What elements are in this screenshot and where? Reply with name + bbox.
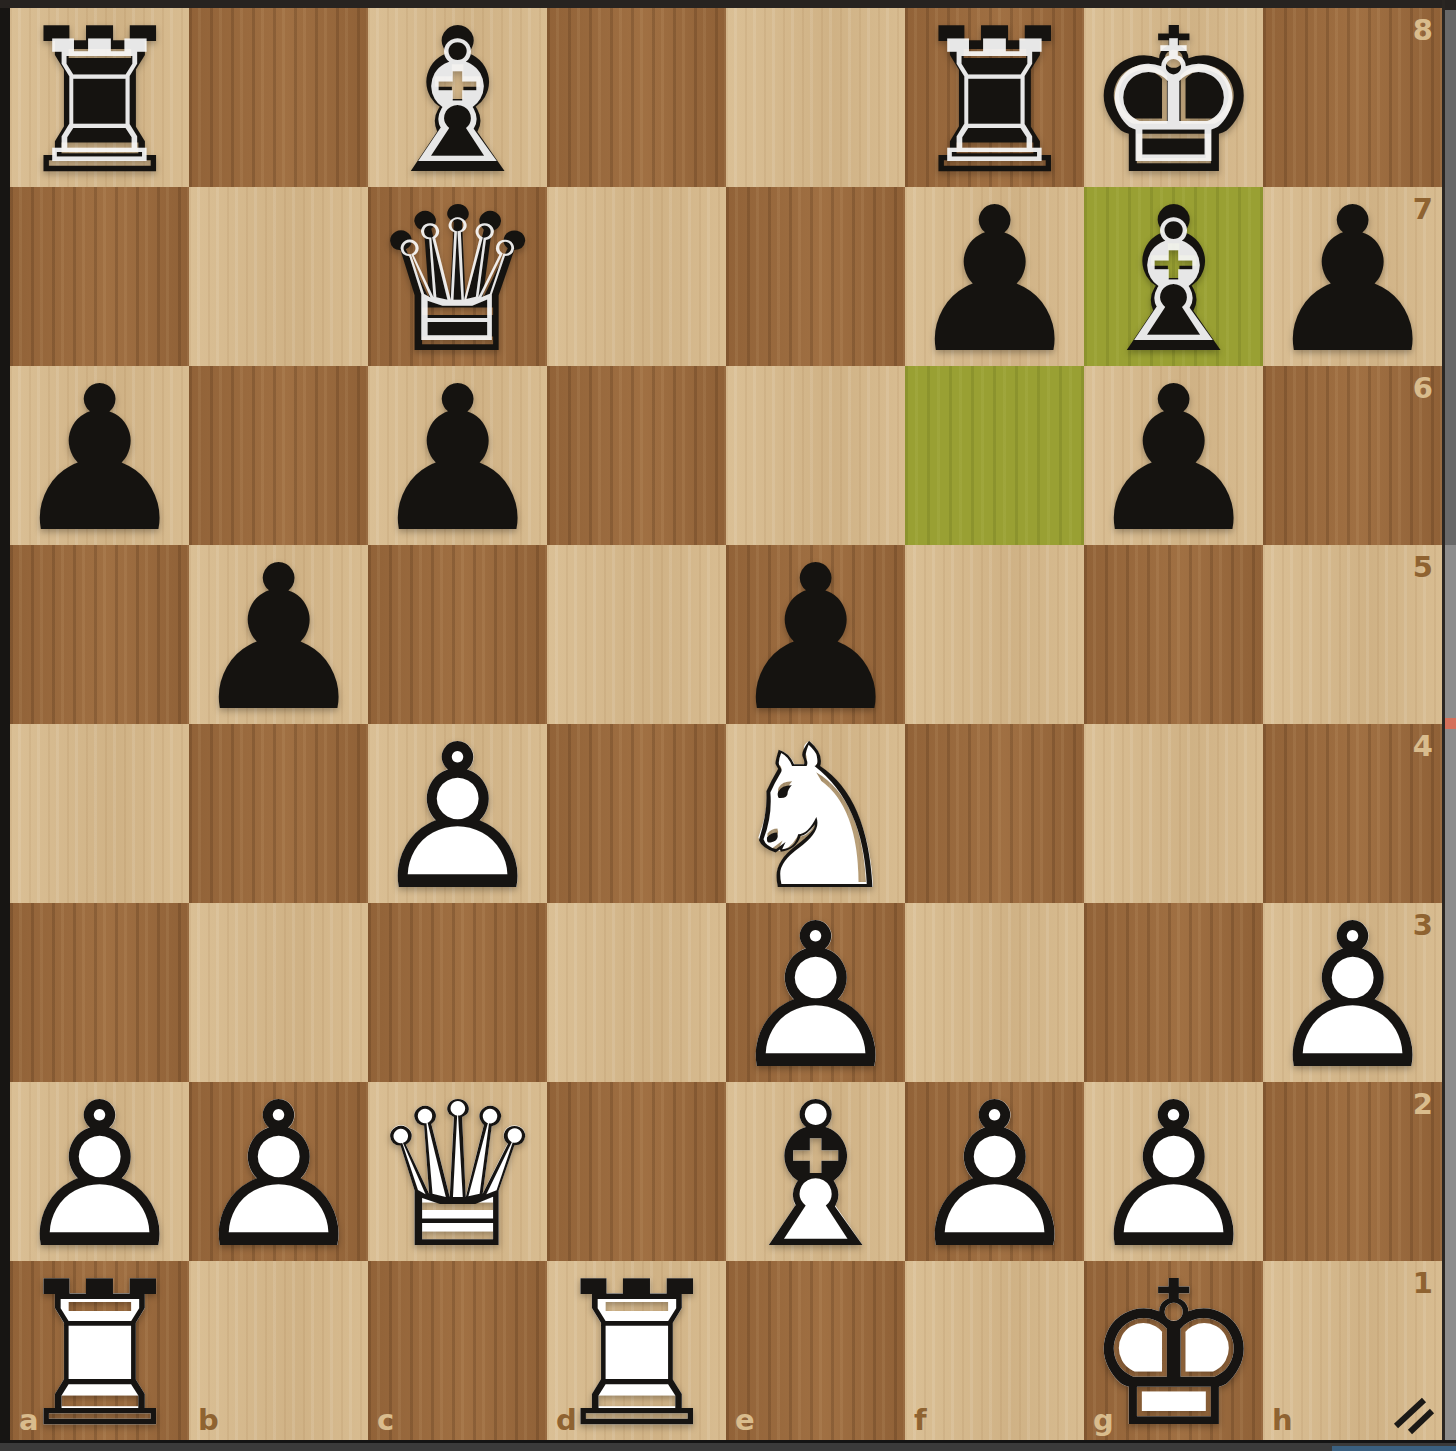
- square-a7[interactable]: [10, 187, 189, 366]
- scrollbar-track[interactable]: [1442, 0, 1456, 1451]
- square-a8[interactable]: ♜♖: [10, 8, 189, 187]
- square-g1[interactable]: ♚♔g: [1084, 1261, 1263, 1440]
- resize-handle-icon[interactable]: [1392, 1396, 1436, 1436]
- square-e3[interactable]: ♟♙: [726, 903, 905, 1082]
- square-c5[interactable]: [368, 545, 547, 724]
- black-piece-detail: ♗: [382, 28, 532, 178]
- square-g4[interactable]: [1084, 724, 1263, 903]
- scrollbar-thumb[interactable]: [1445, 10, 1456, 545]
- white-piece-outline: ♙: [368, 728, 547, 907]
- black-piece-glyph: ♟: [1084, 370, 1263, 549]
- file-label-e: e: [735, 1403, 755, 1437]
- square-f8[interactable]: ♜♖: [905, 8, 1084, 187]
- black-rook-f8[interactable]: ♜♖: [905, 8, 1084, 187]
- square-g7[interactable]: ♝♗: [1084, 187, 1263, 366]
- square-a2[interactable]: ♟♙: [10, 1082, 189, 1261]
- white-piece-outline: ♗: [726, 1086, 905, 1265]
- square-f3[interactable]: [905, 903, 1084, 1082]
- white-pawn-g2[interactable]: ♟♙: [1084, 1082, 1263, 1261]
- black-pawn-c6[interactable]: ♟: [368, 366, 547, 545]
- file-label-f: f: [914, 1403, 927, 1437]
- square-a1[interactable]: ♜♖a: [10, 1261, 189, 1440]
- square-d6[interactable]: [547, 366, 726, 545]
- square-b5[interactable]: ♟: [189, 545, 368, 724]
- rank-label-5: 5: [1413, 550, 1433, 584]
- white-knight-e4[interactable]: ♞♘: [726, 724, 905, 903]
- square-b3[interactable]: [189, 903, 368, 1082]
- square-f7[interactable]: ♟: [905, 187, 1084, 366]
- black-bishop-c8[interactable]: ♝♗: [368, 8, 547, 187]
- rank-label-7: 7: [1413, 192, 1433, 226]
- square-h6[interactable]: 6: [1263, 366, 1442, 545]
- square-g6[interactable]: ♟: [1084, 366, 1263, 545]
- scrollbar-match-marker: [1445, 718, 1456, 729]
- black-piece-detail: ♗: [1098, 207, 1248, 357]
- square-a6[interactable]: ♟: [10, 366, 189, 545]
- file-label-c: c: [377, 1403, 394, 1437]
- rank-label-3: 3: [1413, 908, 1433, 942]
- black-piece-detail: ♕: [382, 207, 532, 357]
- rank-label-4: 4: [1413, 729, 1433, 763]
- black-piece-glyph: ♟: [189, 549, 368, 728]
- square-e7[interactable]: [726, 187, 905, 366]
- black-queen-c7[interactable]: ♛♕: [368, 187, 547, 366]
- square-h5[interactable]: 5: [1263, 545, 1442, 724]
- square-b7[interactable]: [189, 187, 368, 366]
- black-pawn-a6[interactable]: ♟: [10, 366, 189, 545]
- rank-label-1: 1: [1413, 1266, 1433, 1300]
- white-pawn-f2[interactable]: ♟♙: [905, 1082, 1084, 1261]
- square-e2[interactable]: ♝♗: [726, 1082, 905, 1261]
- file-label-h: h: [1272, 1403, 1293, 1437]
- white-piece-outline: ♙: [905, 1086, 1084, 1265]
- white-pawn-c4[interactable]: ♟♙: [368, 724, 547, 903]
- black-bishop-g7[interactable]: ♝♗: [1084, 187, 1263, 366]
- black-rook-a8[interactable]: ♜♖: [10, 8, 189, 187]
- square-a5[interactable]: [10, 545, 189, 724]
- square-d1[interactable]: ♜♖d: [547, 1261, 726, 1440]
- file-label-d: d: [556, 1403, 577, 1437]
- square-b2[interactable]: ♟♙: [189, 1082, 368, 1261]
- square-c1[interactable]: c: [368, 1261, 547, 1440]
- square-e6[interactable]: [726, 366, 905, 545]
- square-e1[interactable]: e: [726, 1261, 905, 1440]
- square-a4[interactable]: [10, 724, 189, 903]
- square-f4[interactable]: [905, 724, 1084, 903]
- white-queen-c2[interactable]: ♛♕: [368, 1082, 547, 1261]
- rank-label-2: 2: [1413, 1087, 1433, 1121]
- square-d5[interactable]: [547, 545, 726, 724]
- scrollbar-top-cap: [1445, 0, 1456, 10]
- black-pawn-b5[interactable]: ♟: [189, 545, 368, 724]
- square-d2[interactable]: [547, 1082, 726, 1261]
- square-f2[interactable]: ♟♙: [905, 1082, 1084, 1261]
- square-c8[interactable]: ♝♗: [368, 8, 547, 187]
- square-b8[interactable]: [189, 8, 368, 187]
- rank-label-6: 6: [1413, 371, 1433, 405]
- square-e5[interactable]: ♟: [726, 545, 905, 724]
- square-d8[interactable]: [547, 8, 726, 187]
- square-b1[interactable]: b: [189, 1261, 368, 1440]
- square-h7[interactable]: ♟7: [1263, 187, 1442, 366]
- square-b4[interactable]: [189, 724, 368, 903]
- file-label-g: g: [1093, 1403, 1114, 1437]
- rank-label-8: 8: [1413, 13, 1433, 47]
- white-piece-outline: ♙: [189, 1086, 368, 1265]
- square-d7[interactable]: [547, 187, 726, 366]
- file-label-a: a: [19, 1403, 39, 1437]
- chess-board[interactable]: ♜♖♝♗♜♖♚♔8♛♕♟♝♗♟7♟♟♟6♟♟5♟♙♞♘4♟♙♟♙3♟♙♟♙♛♕♝…: [10, 8, 1442, 1440]
- black-pawn-g6[interactable]: ♟: [1084, 366, 1263, 545]
- square-f5[interactable]: [905, 545, 1084, 724]
- white-piece-outline: ♕: [368, 1086, 547, 1265]
- white-pawn-a2[interactable]: ♟♙: [10, 1082, 189, 1261]
- white-pawn-b2[interactable]: ♟♙: [189, 1082, 368, 1261]
- square-f1[interactable]: f: [905, 1261, 1084, 1440]
- square-c6[interactable]: ♟: [368, 366, 547, 545]
- square-c2[interactable]: ♛♕: [368, 1082, 547, 1261]
- bottom-frame: [0, 1440, 1456, 1451]
- black-pawn-f7[interactable]: ♟: [905, 187, 1084, 366]
- square-b6[interactable]: [189, 366, 368, 545]
- square-g2[interactable]: ♟♙: [1084, 1082, 1263, 1261]
- square-d4[interactable]: [547, 724, 726, 903]
- file-label-b: b: [198, 1403, 219, 1437]
- square-h4[interactable]: 4: [1263, 724, 1442, 903]
- left-frame: [0, 8, 10, 1442]
- black-king-g8[interactable]: ♚♔: [1084, 8, 1263, 187]
- square-e4[interactable]: ♞♘: [726, 724, 905, 903]
- page: { "game": "chess", "position": { "fen_pi…: [0, 0, 1456, 1451]
- black-piece-detail: ♖: [24, 28, 174, 178]
- square-c7[interactable]: ♛♕: [368, 187, 547, 366]
- black-piece-detail: ♔: [1098, 28, 1248, 178]
- square-f6[interactable]: [905, 366, 1084, 545]
- white-pawn-e3[interactable]: ♟♙: [726, 903, 905, 1082]
- square-c3[interactable]: [368, 903, 547, 1082]
- square-g3[interactable]: [1084, 903, 1263, 1082]
- square-e8[interactable]: [726, 8, 905, 187]
- square-g5[interactable]: [1084, 545, 1263, 724]
- square-g8[interactable]: ♚♔: [1084, 8, 1263, 187]
- square-d3[interactable]: [547, 903, 726, 1082]
- black-pawn-e5[interactable]: ♟: [726, 545, 905, 724]
- black-piece-glyph: ♟: [368, 370, 547, 549]
- white-bishop-e2[interactable]: ♝♗: [726, 1082, 905, 1261]
- square-c4[interactable]: ♟♙: [368, 724, 547, 903]
- black-piece-detail: ♖: [919, 28, 1069, 178]
- black-piece-glyph: ♟: [905, 191, 1084, 370]
- square-h2[interactable]: 2: [1263, 1082, 1442, 1261]
- square-a3[interactable]: [10, 903, 189, 1082]
- square-h8[interactable]: 8: [1263, 8, 1442, 187]
- black-piece-glyph: ♟: [10, 370, 189, 549]
- square-h3[interactable]: ♟♙3: [1263, 903, 1442, 1082]
- bottom-scroll-accent: [1332, 1446, 1456, 1451]
